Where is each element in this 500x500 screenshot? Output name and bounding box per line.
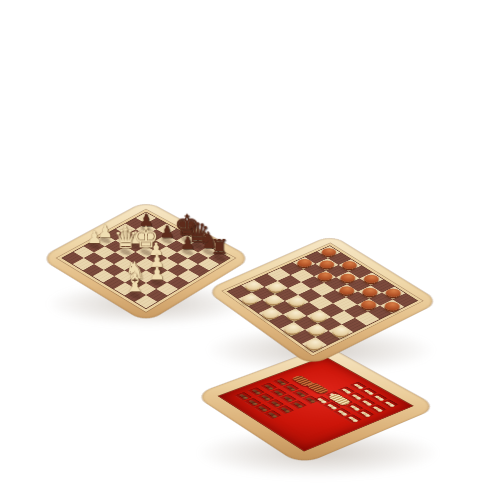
checker-brown xyxy=(317,259,337,270)
checker-light xyxy=(306,324,328,337)
checker-brown xyxy=(336,285,357,297)
chess-square-b5 xyxy=(115,235,135,247)
checker-brown xyxy=(358,299,379,311)
checkers-square-c4 xyxy=(288,282,311,295)
stored-light-piece xyxy=(337,410,347,416)
chess-square-c8 xyxy=(156,223,176,234)
product-photo: wooden chess & checkers (draughts) combi… xyxy=(0,0,500,500)
checker-light xyxy=(266,281,287,293)
chess-square-b3 xyxy=(94,246,115,258)
checkers-stack-brown xyxy=(306,382,330,394)
checkers-square-d5 xyxy=(311,283,334,296)
pawn-glyph: ♟ xyxy=(73,228,116,246)
chess-square-b4 xyxy=(105,240,126,252)
king-glyph: ♚ xyxy=(165,211,208,240)
chess-square-a5 xyxy=(105,229,125,240)
pawn-glyph: ♟ xyxy=(145,223,188,241)
chess-square-a8 xyxy=(136,212,156,223)
chess-square-e8 xyxy=(177,235,197,247)
pawn-glyph: ♟ xyxy=(104,223,147,241)
chess-square-b8 xyxy=(146,218,166,229)
pawn-glyph: ♟ xyxy=(83,223,126,241)
checker-brown xyxy=(359,286,380,298)
checker-brown xyxy=(361,273,382,284)
pawn-glyph: ♟ xyxy=(125,212,168,229)
chess-square-f7 xyxy=(177,246,198,258)
checker-brown xyxy=(315,271,336,282)
stored-dark-piece xyxy=(267,412,277,418)
chess-board: ♟♟♟♚♟♟♟♛♚♛♞♟♟♜♟♞♟♝ xyxy=(87,199,205,317)
checkers-square-b5 xyxy=(290,269,313,282)
chess-square-a6 xyxy=(116,223,136,234)
checker-brown xyxy=(340,260,360,271)
checker-brown xyxy=(338,272,359,283)
checkers-square-a4 xyxy=(267,268,290,281)
checker-brown xyxy=(319,247,339,258)
checker-brown xyxy=(294,258,314,269)
chess-square-a7 xyxy=(126,218,146,229)
chess-square-c7 xyxy=(146,229,166,240)
chess-square-a3 xyxy=(84,240,105,252)
checkers-board xyxy=(255,229,389,363)
chess-square-b7 xyxy=(136,223,156,234)
chess-square-a4 xyxy=(95,235,115,247)
checker-light xyxy=(308,310,330,322)
box-slot xyxy=(263,410,281,419)
rook-glyph: ♜ xyxy=(197,236,241,258)
chess-square-b6 xyxy=(126,229,146,240)
chess-square-d8 xyxy=(166,229,186,240)
bishop-glyph: ♝ xyxy=(112,269,158,295)
